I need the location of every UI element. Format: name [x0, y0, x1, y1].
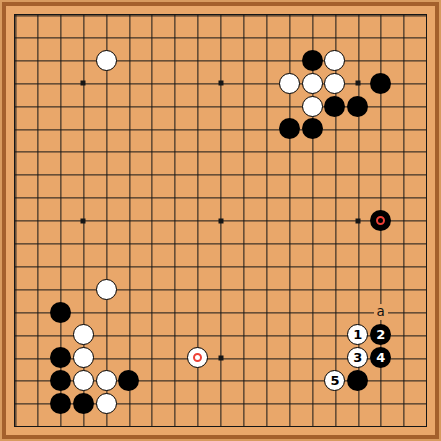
white-stone — [73, 370, 94, 391]
white-stone — [279, 73, 300, 94]
white-stone — [73, 324, 94, 345]
white-stone-move-1: 1 — [347, 324, 368, 345]
point-label-text: a — [374, 304, 388, 320]
white-stone — [96, 370, 117, 391]
black-stone — [279, 118, 300, 139]
black-stone — [50, 302, 71, 323]
black-stone — [50, 347, 71, 368]
white-stone-circled — [187, 347, 208, 368]
white-stone-move-3: 3 — [347, 347, 368, 368]
black-stone-move-4: 4 — [370, 347, 391, 368]
black-stone — [302, 50, 323, 71]
black-stone-circled — [370, 210, 391, 231]
black-stone-move-2: 2 — [370, 324, 391, 345]
white-stone — [96, 50, 117, 71]
black-stone — [324, 96, 345, 117]
black-stone — [347, 370, 368, 391]
circle-mark-icon — [376, 216, 385, 225]
go-board: 12345a — [0, 0, 441, 441]
white-stone — [96, 393, 117, 414]
black-stone — [370, 73, 391, 94]
white-stone — [324, 73, 345, 94]
black-stone — [50, 370, 71, 391]
black-stone — [347, 96, 368, 117]
white-stone-move-5: 5 — [324, 370, 345, 391]
white-stone — [302, 96, 323, 117]
stones-layer: 12345a — [3, 3, 438, 438]
white-stone — [302, 73, 323, 94]
white-stone — [96, 279, 117, 300]
circle-mark-icon — [193, 353, 202, 362]
black-stone — [50, 393, 71, 414]
black-stone — [73, 393, 94, 414]
white-stone — [73, 347, 94, 368]
black-stone — [302, 118, 323, 139]
white-stone — [324, 50, 345, 71]
point-label-a: a — [374, 304, 388, 320]
black-stone — [118, 370, 139, 391]
